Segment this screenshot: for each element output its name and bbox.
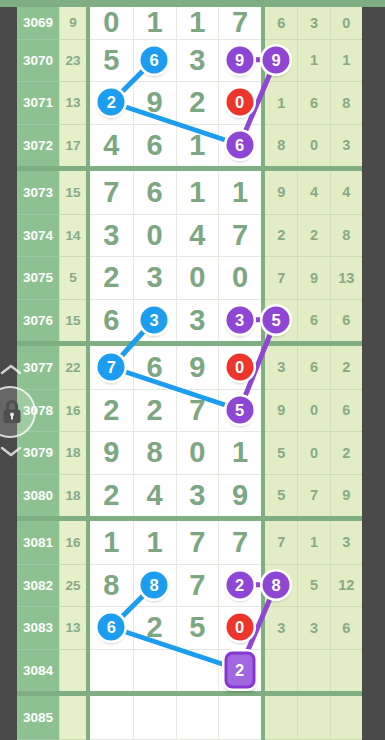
digit-cell-2: 1 — [133, 521, 176, 564]
digit-cell-1: 6 — [90, 606, 133, 649]
sum-cell: 16 — [59, 389, 86, 432]
period-cell: 3082 — [17, 564, 59, 607]
digit-cell-1: 1 — [90, 521, 133, 564]
right-dark-margin — [362, 7, 385, 740]
table-row-3078: 3078162275906 — [17, 389, 362, 432]
right-cell-2: 5 — [297, 564, 329, 607]
digit-cell-4: 9 — [218, 474, 261, 517]
sum-cell: 17 — [59, 124, 86, 167]
table-row-3072: 3072174616803 — [17, 124, 362, 167]
sum-cell — [59, 696, 86, 739]
right-cell-2: 0 — [297, 431, 329, 474]
digit-cell-3: 7 — [176, 521, 219, 564]
right-cell-2: 7 — [297, 474, 329, 517]
right-cell-2: 6 — [297, 299, 329, 342]
digit-cell-4: 2 — [218, 564, 261, 607]
table-row-3085: 3085 — [17, 696, 362, 739]
right-cell-3: 3 — [330, 124, 362, 167]
period-cell: 3084 — [17, 649, 59, 692]
digit-cell-2: 6 — [133, 346, 176, 389]
right-cell-2 — [297, 696, 329, 739]
table-row-3075: 3075523007913 — [17, 256, 362, 299]
digit-cell-1: 5 — [90, 39, 133, 82]
right-cell-1: 8 — [265, 124, 297, 167]
chevron-down-icon[interactable] — [0, 446, 22, 457]
table-row-3084: 3084 — [17, 649, 362, 692]
table-row-3077: 3077227690362 — [17, 346, 362, 389]
digit-cell-4: 0 — [218, 256, 261, 299]
right-cell-2: 0 — [297, 124, 329, 167]
digit-cell-3: 5 — [176, 606, 219, 649]
right-cell-1 — [265, 649, 297, 692]
digit-cell-2: 6 — [133, 39, 176, 82]
sum-cell: 13 — [59, 606, 86, 649]
digit-cell-1 — [90, 649, 133, 692]
sum-cell: 15 — [59, 299, 86, 342]
digit-cell-2: 6 — [133, 171, 176, 214]
right-cell-3 — [330, 696, 362, 739]
period-cell: 3073 — [17, 171, 59, 214]
table-row-3083: 3083136250336 — [17, 606, 362, 649]
digit-cell-1: 0 — [90, 7, 133, 39]
period-cell: 3080 — [17, 474, 59, 517]
right-cell-3: 4 — [330, 171, 362, 214]
period-cell: 3085 — [17, 696, 59, 739]
digit-cell-1: 2 — [90, 389, 133, 432]
table-row-3081: 3081161177713 — [17, 521, 362, 564]
right-cell-2 — [297, 649, 329, 692]
right-cell-3: 6 — [330, 389, 362, 432]
digit-cell-2: 2 — [133, 606, 176, 649]
sum-cell: 13 — [59, 81, 86, 124]
table-row-3079: 3079189801502 — [17, 431, 362, 474]
right-cell-2: 2 — [297, 214, 329, 257]
right-cell-1: 9 — [265, 39, 297, 82]
sum-cell: 18 — [59, 431, 86, 474]
sum-cell: 16 — [59, 521, 86, 564]
right-cell-3: 12 — [330, 564, 362, 607]
sum-cell: 5 — [59, 256, 86, 299]
right-cell-3: 13 — [330, 256, 362, 299]
digit-cell-3: 3 — [176, 39, 219, 82]
table-row-3082: 30822588728512 — [17, 564, 362, 607]
period-cell: 3083 — [17, 606, 59, 649]
digit-cell-4: 1 — [218, 431, 261, 474]
digit-cell-2: 3 — [133, 299, 176, 342]
table-row-3076: 3076156333566 — [17, 299, 362, 342]
right-cell-1: 1 — [265, 81, 297, 124]
right-cell-3: 3 — [330, 521, 362, 564]
digit-cell-2: 8 — [133, 431, 176, 474]
digit-cell-3: 0 — [176, 431, 219, 474]
digit-cell-1: 4 — [90, 124, 133, 167]
digit-cell-2: 8 — [133, 564, 176, 607]
digit-cell-2: 6 — [133, 124, 176, 167]
table-row-3069: 306990117630 — [17, 7, 362, 39]
digit-cell-3: 7 — [176, 389, 219, 432]
sum-cell: 18 — [59, 474, 86, 517]
digit-cell-1: 7 — [90, 346, 133, 389]
digit-cell-4: 1 — [218, 171, 261, 214]
digit-cell-1: 6 — [90, 299, 133, 342]
digit-cell-1: 9 — [90, 431, 133, 474]
sum-cell — [59, 649, 86, 692]
digit-cell-1 — [90, 696, 133, 739]
digit-cell-4: 7 — [218, 7, 261, 39]
period-cell: 3081 — [17, 521, 59, 564]
right-cell-3: 8 — [330, 214, 362, 257]
digit-cell-3: 9 — [176, 346, 219, 389]
right-cell-3: 9 — [330, 474, 362, 517]
sum-cell: 14 — [59, 214, 86, 257]
right-cell-2: 4 — [297, 171, 329, 214]
digit-cell-2: 9 — [133, 81, 176, 124]
group-separator-top — [0, 0, 385, 7]
period-cell: 3074 — [17, 214, 59, 257]
right-cell-2: 3 — [297, 606, 329, 649]
table-row-3080: 3080182439579 — [17, 474, 362, 517]
digit-cell-1: 2 — [90, 256, 133, 299]
trend-chart-screen: 3069901176303070235639911307113292016830… — [0, 0, 385, 740]
table-row-3074: 3074143047228 — [17, 214, 362, 257]
draw-history-table: 3069901176303070235639911307113292016830… — [17, 7, 362, 740]
right-cell-2: 9 — [297, 256, 329, 299]
digit-cell-3: 2 — [176, 81, 219, 124]
table-row-3071: 3071132920168 — [17, 81, 362, 124]
digit-cell-4: 3 — [218, 299, 261, 342]
right-cell-2: 6 — [297, 81, 329, 124]
right-cell-1: 5 — [265, 474, 297, 517]
digit-cell-4 — [218, 696, 261, 739]
right-cell-1: 9 — [265, 389, 297, 432]
right-cell-1: 5 — [265, 431, 297, 474]
right-cell-2: 1 — [297, 521, 329, 564]
period-cell: 3069 — [17, 7, 59, 39]
digit-cell-3: 3 — [176, 474, 219, 517]
digit-cell-2 — [133, 649, 176, 692]
digit-cell-1: 7 — [90, 171, 133, 214]
table-row-3070: 3070235639911 — [17, 39, 362, 82]
sum-cell: 15 — [59, 171, 86, 214]
digit-cell-4: 0 — [218, 606, 261, 649]
right-cell-1: 7 — [265, 256, 297, 299]
digit-cell-2: 2 — [133, 389, 176, 432]
right-cell-3 — [330, 649, 362, 692]
sum-cell: 25 — [59, 564, 86, 607]
right-cell-1: 2 — [265, 214, 297, 257]
digit-cell-1: 2 — [90, 474, 133, 517]
sum-cell: 23 — [59, 39, 86, 82]
right-cell-1: 8 — [265, 564, 297, 607]
digit-cell-3: 1 — [176, 7, 219, 39]
digit-cell-2: 0 — [133, 214, 176, 257]
digit-cell-2: 3 — [133, 256, 176, 299]
right-cell-2: 0 — [297, 389, 329, 432]
digit-cell-1: 3 — [90, 214, 133, 257]
right-cell-1: 6 — [265, 7, 297, 39]
digit-cell-4: 6 — [218, 124, 261, 167]
digit-cell-4: 9 — [218, 39, 261, 82]
table-row-3073: 3073157611944 — [17, 171, 362, 214]
period-cell: 3070 — [17, 39, 59, 82]
right-cell-3: 2 — [330, 346, 362, 389]
digit-cell-3: 1 — [176, 171, 219, 214]
right-cell-2: 3 — [297, 7, 329, 39]
right-cell-1: 3 — [265, 606, 297, 649]
sum-cell: 9 — [59, 7, 86, 39]
digit-cell-2 — [133, 696, 176, 739]
period-cell: 3076 — [17, 299, 59, 342]
chevron-up-icon[interactable] — [0, 364, 22, 375]
sum-cell: 22 — [59, 346, 86, 389]
period-cell: 3079 — [17, 431, 59, 474]
period-cell: 3075 — [17, 256, 59, 299]
digit-cell-4: 7 — [218, 521, 261, 564]
digit-cell-1: 8 — [90, 564, 133, 607]
digit-cell-3 — [176, 649, 219, 692]
right-cell-3: 1 — [330, 39, 362, 82]
digit-cell-2: 4 — [133, 474, 176, 517]
right-cell-3: 6 — [330, 299, 362, 342]
digit-cell-3: 7 — [176, 564, 219, 607]
digit-cell-3: 1 — [176, 124, 219, 167]
digit-cell-2: 1 — [133, 7, 176, 39]
right-cell-1: 3 — [265, 346, 297, 389]
right-cell-3: 8 — [330, 81, 362, 124]
digit-cell-4: 7 — [218, 214, 261, 257]
digit-cell-4: 0 — [218, 81, 261, 124]
right-cell-1: 7 — [265, 521, 297, 564]
right-cell-1: 5 — [265, 299, 297, 342]
right-cell-2: 1 — [297, 39, 329, 82]
digit-cell-4 — [218, 649, 261, 692]
digit-cell-3: 4 — [176, 214, 219, 257]
right-cell-1: 9 — [265, 171, 297, 214]
period-cell: 3071 — [17, 81, 59, 124]
digit-cell-4: 5 — [218, 389, 261, 432]
digit-cell-3 — [176, 696, 219, 739]
digit-cell-3: 3 — [176, 299, 219, 342]
digit-cell-1: 2 — [90, 81, 133, 124]
right-cell-3: 6 — [330, 606, 362, 649]
right-cell-3: 0 — [330, 7, 362, 39]
right-cell-3: 2 — [330, 431, 362, 474]
digit-cell-3: 0 — [176, 256, 219, 299]
right-cell-1 — [265, 696, 297, 739]
right-cell-2: 6 — [297, 346, 329, 389]
period-cell: 3077 — [17, 346, 59, 389]
period-cell: 3072 — [17, 124, 59, 167]
digit-cell-4: 0 — [218, 346, 261, 389]
